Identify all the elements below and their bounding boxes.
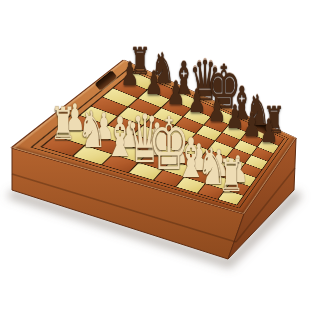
piece-white-rook-a1[interactable]: ♜ [50, 102, 76, 147]
piece-white-rook-h1[interactable]: ♜ [218, 154, 244, 199]
piece-black-pawn-b7[interactable]: ♟ [145, 67, 163, 99]
piece-black-pawn-h7[interactable]: ♟ [260, 115, 278, 147]
piece-black-pawn-a7[interactable]: ♟ [121, 57, 139, 89]
piece-black-pawn-d7[interactable]: ♟ [188, 85, 206, 117]
piece-black-pawn-f7[interactable]: ♟ [226, 101, 244, 133]
product-photo-stage: ♜♞♝♛♚♝♞♜♟♟♟♟♟♟♟♟♟♟♟♟♟♟♟♟♜♞♝♛♚♝♞♜ [0, 0, 320, 320]
piece-black-pawn-e7[interactable]: ♟ [208, 93, 226, 125]
piece-white-knight-b1[interactable]: ♞ [78, 106, 107, 157]
